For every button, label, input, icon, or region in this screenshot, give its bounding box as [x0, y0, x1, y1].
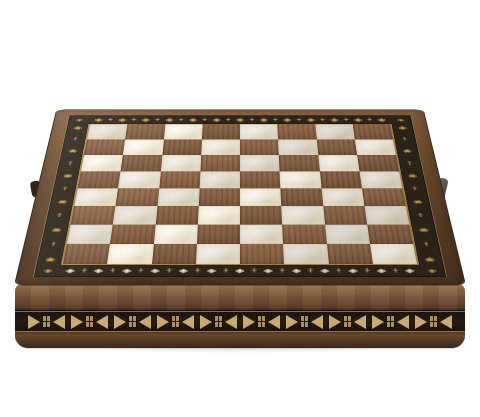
- inlay-motif: ◈: [292, 268, 301, 274]
- square-c7[interactable]: [162, 139, 202, 155]
- square-d1[interactable]: [196, 244, 240, 264]
- inlay-motif: ╋: [138, 269, 143, 273]
- bowtie-inlay-band: [15, 311, 465, 332]
- square-f4[interactable]: [281, 188, 323, 206]
- inlay-motif: ╋: [367, 118, 371, 121]
- product-photo-scene: ◈ ◉╋◉╋◉╋◉╋◉╋◉╋◉╋◉╋◉╋◉╋◉╋◉╋◉ ◈ ◉╋◉╋◉╋◉╋◉╋…: [0, 0, 480, 417]
- inlay-motif: ◉: [63, 173, 73, 178]
- inlay-motif: ◉: [165, 118, 174, 122]
- square-g5[interactable]: [320, 171, 362, 188]
- inlay-motif: ◉: [68, 149, 78, 153]
- inlay-motif: ╋: [203, 118, 207, 121]
- inlay-motif: ◉: [407, 173, 417, 178]
- inlay-motif: ◈: [264, 268, 273, 274]
- square-c3[interactable]: [155, 206, 198, 224]
- inlay-motif: ╋: [73, 138, 78, 141]
- inlay-motif: ╋: [320, 118, 324, 121]
- square-h1[interactable]: [370, 244, 417, 264]
- inlay-motif: ╋: [108, 118, 112, 121]
- bowtie-inlay: [329, 315, 366, 329]
- inlay-motif: ╋: [195, 269, 200, 273]
- square-c4[interactable]: [157, 188, 199, 206]
- square-b7[interactable]: [123, 139, 163, 155]
- square-h7[interactable]: [355, 139, 396, 155]
- bowtie-inlay: [114, 315, 151, 329]
- square-f5[interactable]: [280, 171, 321, 188]
- inlay-motif: ◉: [212, 118, 221, 122]
- square-e2[interactable]: [240, 225, 283, 244]
- square-a4[interactable]: [74, 188, 118, 206]
- checkerboard-grid: [63, 124, 417, 264]
- inlay-motif: ◈: [207, 268, 216, 274]
- square-d6[interactable]: [200, 155, 240, 171]
- square-e8[interactable]: [240, 124, 278, 139]
- square-d5[interactable]: [199, 171, 240, 188]
- square-a1[interactable]: [63, 244, 110, 264]
- square-a5[interactable]: [78, 171, 121, 188]
- square-h2[interactable]: [367, 225, 413, 244]
- square-h4[interactable]: [362, 188, 406, 206]
- square-b6[interactable]: [121, 155, 162, 171]
- inlay-motif: ╋: [273, 118, 277, 121]
- square-g8[interactable]: [315, 124, 355, 139]
- inlay-motif: ◈: [235, 268, 244, 274]
- inlay-motif: ╋: [365, 269, 370, 273]
- square-f2[interactable]: [282, 225, 326, 244]
- inlay-motif: ◈: [150, 268, 160, 274]
- square-c1[interactable]: [152, 244, 197, 264]
- inlay-motif: ╋: [424, 242, 429, 246]
- square-c6[interactable]: [160, 155, 201, 171]
- square-h6[interactable]: [357, 155, 399, 171]
- inlay-motif: ◉: [141, 118, 150, 122]
- square-g4[interactable]: [321, 188, 364, 206]
- inlay-motif: ╋: [418, 214, 423, 217]
- square-h3[interactable]: [364, 206, 409, 224]
- square-a7[interactable]: [84, 139, 125, 155]
- square-g1[interactable]: [327, 244, 373, 264]
- inlay-motif: ╋: [407, 162, 412, 165]
- inlay-motif: ◈: [65, 268, 75, 274]
- square-b4[interactable]: [116, 188, 159, 206]
- bowtie-inlay: [372, 315, 409, 329]
- inlay-motif: ◈: [320, 268, 330, 274]
- square-c8[interactable]: [164, 124, 203, 139]
- inlay-motif: ◈: [94, 268, 104, 274]
- corner-medallion: ◈: [34, 264, 62, 276]
- bowtie-inlay: [243, 315, 280, 329]
- square-a6[interactable]: [81, 155, 123, 171]
- inlay-motif: ◉: [398, 126, 408, 130]
- inlay-motif: ◉: [377, 118, 386, 122]
- square-e5[interactable]: [240, 171, 281, 188]
- inlay-motif: ◉: [412, 199, 423, 204]
- square-a3[interactable]: [71, 206, 116, 224]
- square-h8[interactable]: [352, 124, 392, 139]
- inlay-motif: ╋: [57, 214, 62, 217]
- square-e4[interactable]: [240, 188, 281, 206]
- inlay-motif: ◈: [348, 268, 358, 274]
- square-f6[interactable]: [279, 155, 320, 171]
- inlay-motif: ◉: [259, 118, 268, 122]
- inlay-motif: ◉: [94, 118, 103, 122]
- square-b5[interactable]: [118, 171, 160, 188]
- corner-medallion: ◈: [68, 115, 91, 124]
- inlay-motif: ╋: [280, 269, 285, 273]
- square-d8[interactable]: [202, 124, 240, 139]
- bowtie-inlay: [28, 315, 65, 329]
- inlay-motif: ◈: [405, 268, 415, 274]
- inlay-motif: ◉: [45, 256, 56, 262]
- square-g7[interactable]: [316, 139, 356, 155]
- inlay-motif: ◈: [122, 268, 132, 274]
- box-front-face: [15, 284, 465, 348]
- inlay-motif: ╋: [252, 269, 257, 273]
- inlay-motif: ╋: [179, 118, 183, 121]
- inlay-motif: ◉: [283, 118, 292, 122]
- square-f1[interactable]: [283, 244, 328, 264]
- inlay-motif: ╋: [250, 118, 254, 121]
- inner-gold-trim: [61, 124, 419, 265]
- square-f3[interactable]: [281, 206, 324, 224]
- inlay-motif: ◉: [353, 118, 362, 122]
- square-d2[interactable]: [197, 225, 240, 244]
- square-c5[interactable]: [159, 171, 200, 188]
- inlay-motif: ◉: [330, 118, 339, 122]
- square-b8[interactable]: [125, 124, 165, 139]
- square-b3[interactable]: [113, 206, 157, 224]
- square-d7[interactable]: [201, 139, 240, 155]
- chessboard-top-surface: ◈ ◉╋◉╋◉╋◉╋◉╋◉╋◉╋◉╋◉╋◉╋◉╋◉╋◉ ◈ ◉╋◉╋◉╋◉╋◉╋…: [15, 110, 465, 285]
- inlay-motif: ◉: [306, 118, 315, 122]
- square-d4[interactable]: [199, 188, 240, 206]
- inlay-motif: ╋: [63, 187, 68, 190]
- square-e7[interactable]: [240, 139, 279, 155]
- inlay-motif: ◉: [188, 118, 197, 122]
- bowtie-inlay: [157, 315, 194, 329]
- square-b1[interactable]: [107, 244, 153, 264]
- inlay-motif: ◉: [424, 256, 435, 262]
- corner-medallion: ◈: [418, 264, 446, 276]
- inlay-motif: ╋: [68, 162, 73, 165]
- inlay-motif: ╋: [155, 118, 159, 121]
- inlay-motif: ╋: [393, 269, 398, 273]
- bowtie-inlay: [200, 315, 237, 329]
- inlay-motif: ◈: [179, 268, 188, 274]
- square-c2[interactable]: [153, 225, 197, 244]
- square-a2[interactable]: [67, 225, 113, 244]
- inlay-motif: ◉: [51, 227, 62, 232]
- inlay-motif: ◉: [73, 126, 83, 130]
- square-f7[interactable]: [278, 139, 318, 155]
- inlay-motif: ╋: [336, 269, 341, 273]
- bottom-inlay-strip: ◈╋◈╋◈╋◈╋◈╋◈╋◈╋◈╋◈╋◈╋◈╋◈╋◈: [60, 264, 421, 276]
- inlay-motif: ╋: [223, 269, 228, 273]
- inlay-motif: ╋: [412, 187, 417, 190]
- square-f8[interactable]: [277, 124, 316, 139]
- inlay-motif: ╋: [297, 118, 301, 121]
- inlay-motif: ╋: [110, 269, 115, 273]
- inlay-motif: ╋: [132, 118, 136, 121]
- square-h5[interactable]: [359, 171, 402, 188]
- square-e1[interactable]: [240, 244, 284, 264]
- inlay-motif: ╋: [51, 242, 56, 246]
- inlay-motif: ◈: [376, 268, 386, 274]
- square-b2[interactable]: [110, 225, 155, 244]
- inlay-motif: ◉: [57, 199, 68, 204]
- inlay-motif: ╋: [344, 118, 348, 121]
- inlay-motif: ◉: [402, 149, 412, 153]
- inlay-motif: ╋: [402, 138, 407, 141]
- corner-medallion: ◈: [389, 115, 412, 124]
- square-e3[interactable]: [240, 206, 282, 224]
- inlay-motif: ╋: [82, 269, 87, 273]
- bowtie-inlay: [71, 315, 108, 329]
- inlay-motif: ◉: [418, 227, 429, 232]
- square-d3[interactable]: [198, 206, 240, 224]
- square-a8[interactable]: [87, 124, 127, 139]
- inlay-motif: ╋: [167, 269, 172, 273]
- square-g3[interactable]: [323, 206, 367, 224]
- bowtie-inlay: [415, 315, 452, 329]
- inlay-motif: ◉: [236, 118, 245, 122]
- inlay-motif: ◉: [117, 118, 126, 122]
- square-g6[interactable]: [318, 155, 359, 171]
- square-e6[interactable]: [240, 155, 280, 171]
- lid-edge: [15, 284, 465, 311]
- bowtie-inlay: [286, 315, 323, 329]
- inlay-motif: ╋: [226, 118, 230, 121]
- box-bottom-strip: [15, 332, 465, 348]
- square-g2[interactable]: [325, 225, 370, 244]
- inlay-motif: ╋: [308, 269, 313, 273]
